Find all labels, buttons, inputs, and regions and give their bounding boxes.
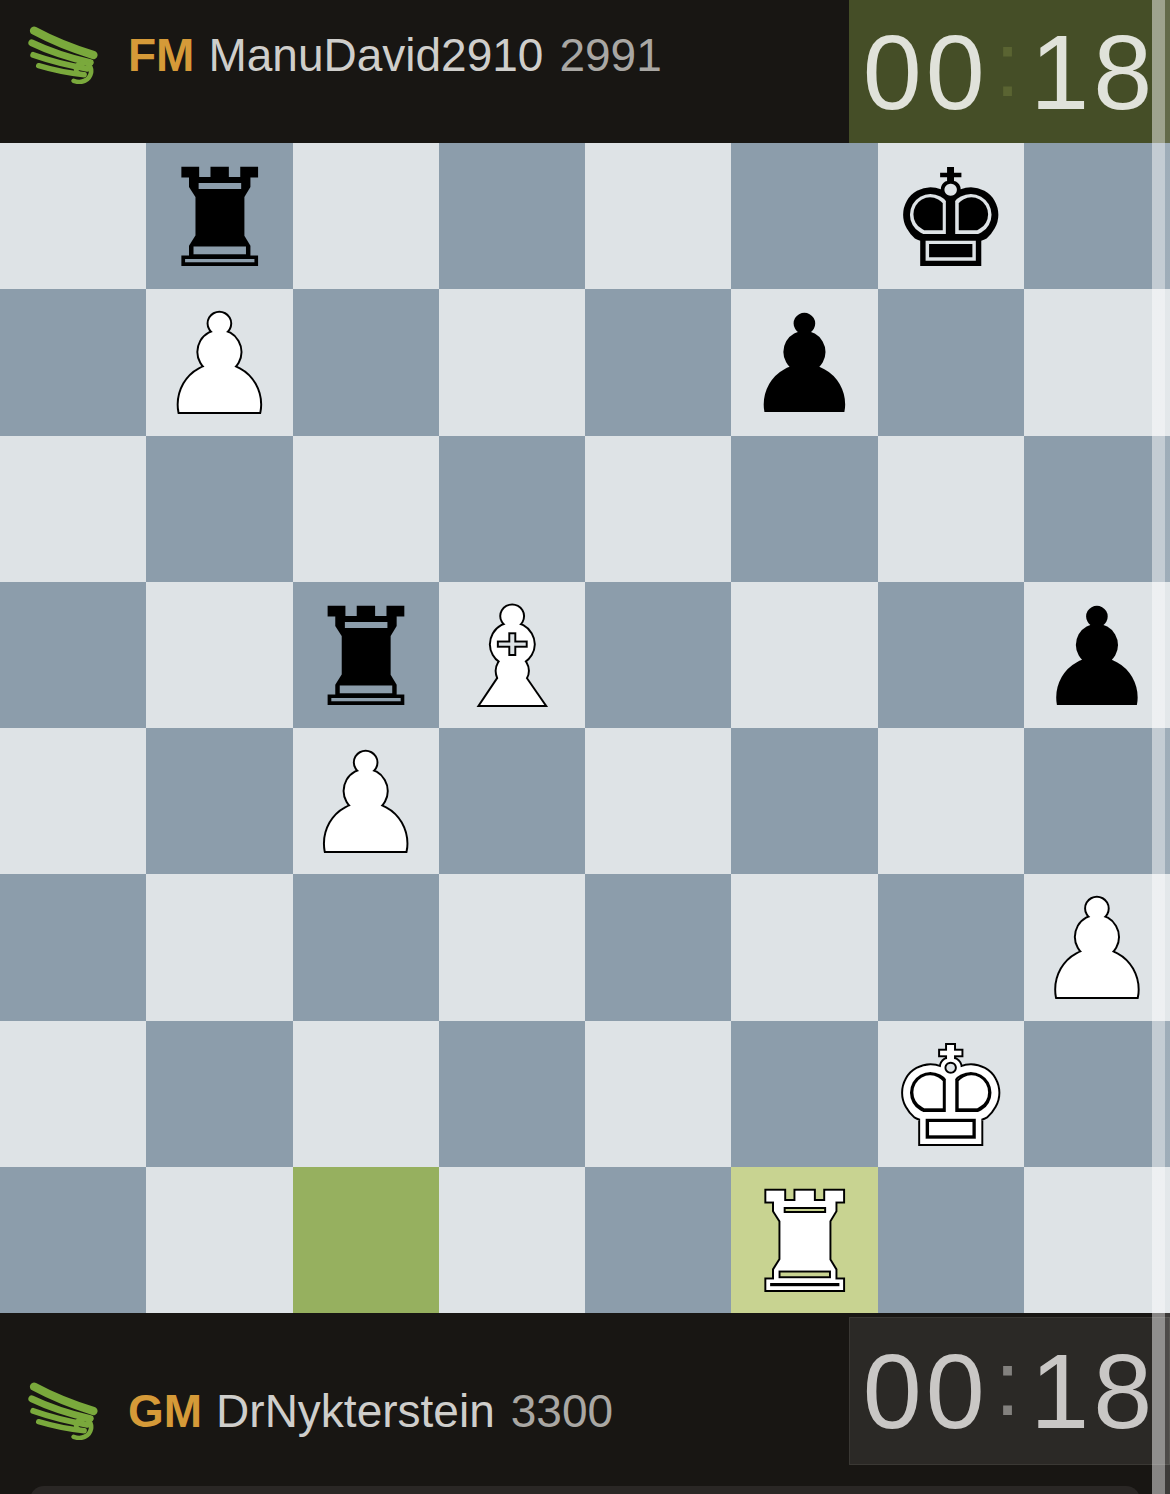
- square-a4[interactable]: [0, 728, 146, 874]
- clock-colon: :: [995, 18, 1025, 110]
- square-c4[interactable]: ♟: [293, 728, 439, 874]
- square-h5[interactable]: ♟: [1024, 582, 1170, 728]
- white-pawn[interactable]: ♟: [305, 736, 427, 872]
- square-e8[interactable]: [585, 143, 731, 289]
- square-h3[interactable]: ♟: [1024, 874, 1170, 1020]
- square-c5[interactable]: ♜: [293, 582, 439, 728]
- square-e4[interactable]: [585, 728, 731, 874]
- square-b2[interactable]: [146, 1021, 292, 1167]
- square-g5[interactable]: [878, 582, 1024, 728]
- square-c7[interactable]: [293, 289, 439, 435]
- square-f6[interactable]: [731, 436, 877, 582]
- square-c1[interactable]: [293, 1167, 439, 1313]
- square-b1[interactable]: [146, 1167, 292, 1313]
- square-e5[interactable]: [585, 582, 731, 728]
- square-h7[interactable]: [1024, 289, 1170, 435]
- square-g4[interactable]: [878, 728, 1024, 874]
- square-a7[interactable]: [0, 289, 146, 435]
- square-h4[interactable]: [1024, 728, 1170, 874]
- player-title-badge[interactable]: GM: [128, 1384, 202, 1438]
- square-b5[interactable]: [146, 582, 292, 728]
- clock-white-inactive: 00:18: [849, 1317, 1170, 1465]
- square-d5[interactable]: ♝: [439, 582, 585, 728]
- square-a1[interactable]: [0, 1167, 146, 1313]
- square-g3[interactable]: [878, 874, 1024, 1020]
- square-a2[interactable]: [0, 1021, 146, 1167]
- square-d3[interactable]: [439, 874, 585, 1020]
- white-pawn[interactable]: ♟: [158, 297, 280, 433]
- player-name[interactable]: ManuDavid2910: [208, 28, 543, 82]
- square-h2[interactable]: [1024, 1021, 1170, 1167]
- square-a3[interactable]: [0, 874, 146, 1020]
- clock-seconds: 18: [1030, 19, 1156, 125]
- square-e3[interactable]: [585, 874, 731, 1020]
- square-e2[interactable]: [585, 1021, 731, 1167]
- square-a6[interactable]: [0, 436, 146, 582]
- square-g8[interactable]: ♚: [878, 143, 1024, 289]
- square-f5[interactable]: [731, 582, 877, 728]
- square-h6[interactable]: [1024, 436, 1170, 582]
- square-b3[interactable]: [146, 874, 292, 1020]
- square-h8[interactable]: [1024, 143, 1170, 289]
- player-rating: 3300: [511, 1384, 613, 1438]
- player-name[interactable]: DrNykterstein: [216, 1384, 495, 1438]
- white-pawn[interactable]: ♟: [1036, 882, 1158, 1018]
- square-a8[interactable]: [0, 143, 146, 289]
- square-d7[interactable]: [439, 289, 585, 435]
- square-b4[interactable]: [146, 728, 292, 874]
- clock-seconds: 18: [1030, 1338, 1156, 1444]
- square-g2[interactable]: ♚: [878, 1021, 1024, 1167]
- square-d2[interactable]: [439, 1021, 585, 1167]
- square-g7[interactable]: [878, 289, 1024, 435]
- square-e7[interactable]: [585, 289, 731, 435]
- player-title-badge[interactable]: FM: [128, 28, 194, 82]
- scrollbar[interactable]: [1152, 0, 1170, 1494]
- white-king[interactable]: ♚: [890, 1029, 1012, 1165]
- black-king[interactable]: ♚: [890, 151, 1012, 287]
- square-b7[interactable]: ♟: [146, 289, 292, 435]
- square-b6[interactable]: [146, 436, 292, 582]
- chess-board[interactable]: ♜♚♟♟♜♝♟♟♟♚♜: [0, 143, 1170, 1313]
- square-d1[interactable]: [439, 1167, 585, 1313]
- square-b8[interactable]: ♜: [146, 143, 292, 289]
- white-rook[interactable]: ♜: [743, 1175, 865, 1311]
- patron-wing-icon: [28, 26, 104, 84]
- lichess-tv-screen: FM ManuDavid2910 2991 00:18 ♜♚♟♟♜♝♟♟♟♚♜ …: [0, 0, 1170, 1494]
- square-e1[interactable]: [585, 1167, 731, 1313]
- clock-black-active: 00:18: [849, 0, 1170, 144]
- square-f2[interactable]: [731, 1021, 877, 1167]
- black-pawn[interactable]: ♟: [743, 297, 865, 433]
- player-rating: 2991: [559, 28, 661, 82]
- clock-minutes: 00: [863, 19, 989, 125]
- clock-colon: :: [995, 1337, 1025, 1429]
- square-f7[interactable]: ♟: [731, 289, 877, 435]
- square-a5[interactable]: [0, 582, 146, 728]
- black-rook[interactable]: ♜: [158, 151, 280, 287]
- square-c3[interactable]: [293, 874, 439, 1020]
- white-bishop[interactable]: ♝: [451, 590, 573, 726]
- square-e6[interactable]: [585, 436, 731, 582]
- black-pawn[interactable]: ♟: [1036, 590, 1158, 726]
- square-f3[interactable]: [731, 874, 877, 1020]
- square-c2[interactable]: [293, 1021, 439, 1167]
- square-g6[interactable]: [878, 436, 1024, 582]
- square-d8[interactable]: [439, 143, 585, 289]
- square-d6[interactable]: [439, 436, 585, 582]
- square-c6[interactable]: [293, 436, 439, 582]
- square-d4[interactable]: [439, 728, 585, 874]
- black-rook[interactable]: ♜: [305, 590, 427, 726]
- square-c8[interactable]: [293, 143, 439, 289]
- square-f1[interactable]: ♜: [731, 1167, 877, 1313]
- clock-minutes: 00: [863, 1338, 989, 1444]
- square-f4[interactable]: [731, 728, 877, 874]
- patron-wing-icon: [28, 1382, 104, 1440]
- bottom-sheet-edge: [30, 1486, 1140, 1494]
- square-f8[interactable]: [731, 143, 877, 289]
- square-g1[interactable]: [878, 1167, 1024, 1313]
- square-h1[interactable]: [1024, 1167, 1170, 1313]
